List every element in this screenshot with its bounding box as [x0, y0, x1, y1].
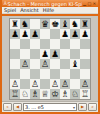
square-d5[interactable]: ♟	[40, 49, 50, 59]
black-pawn: ♟	[31, 29, 39, 39]
black-rook: ♜	[11, 19, 19, 29]
square-f4[interactable]	[60, 59, 70, 69]
square-h5[interactable]	[80, 49, 90, 59]
white-pawn: ♙	[41, 59, 49, 69]
square-f1[interactable]: ♗	[60, 89, 70, 99]
white-knight: ♘	[71, 89, 79, 99]
square-c2[interactable]: ♙	[30, 79, 40, 89]
black-bishop: ♝	[71, 59, 79, 69]
square-f7[interactable]: ♟	[60, 29, 70, 39]
square-a5[interactable]	[10, 49, 20, 59]
black-pawn: ♟	[61, 29, 69, 39]
square-g7[interactable]: ♟	[70, 29, 80, 39]
square-g8[interactable]: ♞	[70, 19, 80, 29]
square-b8[interactable]: ♞	[20, 19, 30, 29]
white-pawn: ♙	[31, 79, 39, 89]
chess-app-window: ♙ Schach - Mensch gegen KI-Spieler ▁ □ ✕…	[0, 0, 100, 114]
close-button[interactable]: ✕	[92, 1, 97, 6]
menu-bar: SpielAnsichtHilfe	[2, 7, 98, 14]
square-e6[interactable]	[50, 39, 60, 49]
black-pawn: ♟	[81, 29, 89, 39]
square-g5[interactable]	[70, 49, 80, 59]
square-b3[interactable]	[20, 69, 30, 79]
square-e7[interactable]	[50, 29, 60, 39]
black-king: ♚	[51, 19, 59, 29]
square-a1[interactable]: ♖	[10, 89, 20, 99]
square-c8[interactable]	[30, 19, 40, 29]
square-e4[interactable]	[50, 59, 60, 69]
square-f6[interactable]	[60, 39, 70, 49]
square-c3[interactable]	[30, 69, 40, 79]
square-g6[interactable]	[70, 39, 80, 49]
square-g3[interactable]	[70, 69, 80, 79]
square-b2[interactable]	[20, 79, 30, 89]
square-b5[interactable]	[20, 49, 30, 59]
black-bishop: ♝	[61, 19, 69, 29]
move-selector[interactable]: 3. ... e5 ▾	[23, 103, 77, 111]
square-f8[interactable]: ♝	[60, 19, 70, 29]
square-c5[interactable]	[30, 49, 40, 59]
square-b6[interactable]	[20, 39, 30, 49]
black-pawn: ♟	[71, 29, 79, 39]
white-king: ♔	[51, 89, 59, 99]
square-a8[interactable]: ♜	[10, 19, 20, 29]
square-h8[interactable]: ♜	[80, 19, 90, 29]
content-area: ♜♞♛♚♝♞♜♟♟♟♟♟♟♟♟♙♙♝♙♙♙♙♙♖♘♗♕♔♗♘♖	[2, 16, 98, 101]
square-d3[interactable]	[40, 69, 50, 79]
square-e3[interactable]	[50, 69, 60, 79]
white-knight: ♘	[21, 89, 29, 99]
black-pawn: ♟	[21, 29, 29, 39]
previous-move-button[interactable]: ◀	[13, 103, 22, 111]
square-c1[interactable]: ♗	[30, 89, 40, 99]
square-d4[interactable]: ♙	[40, 59, 50, 69]
black-pawn: ♟	[11, 29, 19, 39]
black-knight: ♞	[21, 19, 29, 29]
menu-item-hilfe[interactable]: Hilfe	[43, 7, 54, 13]
square-d7[interactable]	[40, 29, 50, 39]
chess-board: ♜♞♛♚♝♞♜♟♟♟♟♟♟♟♟♙♙♝♙♙♙♙♙♖♘♗♕♔♗♘♖	[9, 18, 91, 100]
titlebar[interactable]: ♙ Schach - Mensch gegen KI-Spieler ▁ □ ✕	[2, 0, 98, 7]
last-move-button[interactable]: »	[88, 103, 97, 111]
first-move-button[interactable]: «	[3, 103, 12, 111]
square-h6[interactable]	[80, 39, 90, 49]
menu-item-ansicht[interactable]: Ansicht	[20, 7, 38, 13]
white-rook: ♖	[11, 89, 19, 99]
square-a6[interactable]	[10, 39, 20, 49]
square-c6[interactable]	[30, 39, 40, 49]
white-bishop: ♗	[31, 89, 39, 99]
square-g4[interactable]: ♝	[70, 59, 80, 69]
current-move-label: 3. ... e5	[25, 104, 73, 110]
square-e8[interactable]: ♚	[50, 19, 60, 29]
square-g2[interactable]	[70, 79, 80, 89]
move-navigation-toolbar: « ◀ 3. ... e5 ▾ ▶ »	[2, 101, 98, 112]
square-d6[interactable]	[40, 39, 50, 49]
white-rook: ♖	[81, 89, 89, 99]
square-d1[interactable]: ♕	[40, 89, 50, 99]
square-h2[interactable]: ♙	[80, 79, 90, 89]
white-pawn: ♙	[21, 59, 29, 69]
square-a7[interactable]: ♟	[10, 29, 20, 39]
white-bishop: ♗	[61, 89, 69, 99]
square-e1[interactable]: ♔	[50, 89, 60, 99]
chevron-down-icon: ▾	[73, 105, 75, 110]
square-b4[interactable]: ♙	[20, 59, 30, 69]
white-pawn: ♙	[11, 79, 19, 89]
square-e5[interactable]: ♟	[50, 49, 60, 59]
square-a3[interactable]	[10, 69, 20, 79]
white-pawn: ♙	[61, 79, 69, 89]
white-pawn: ♙	[51, 79, 59, 89]
square-f3[interactable]	[60, 69, 70, 79]
white-queen: ♕	[41, 89, 49, 99]
white-pawn: ♙	[81, 79, 89, 89]
square-e2[interactable]: ♙	[50, 79, 60, 89]
square-d2[interactable]	[40, 79, 50, 89]
square-c7[interactable]: ♟	[30, 29, 40, 39]
black-pawn: ♟	[41, 49, 49, 59]
window-title: Schach - Mensch gegen KI-Spieler	[7, 1, 82, 7]
square-h1[interactable]: ♖	[80, 89, 90, 99]
square-h3[interactable]	[80, 69, 90, 79]
black-pawn: ♟	[51, 49, 59, 59]
square-d8[interactable]: ♛	[40, 19, 50, 29]
square-b1[interactable]: ♘	[20, 89, 30, 99]
square-f5[interactable]	[60, 49, 70, 59]
black-knight: ♞	[71, 19, 79, 29]
square-b7[interactable]: ♟	[20, 29, 30, 39]
square-h4[interactable]	[80, 59, 90, 69]
square-a4[interactable]	[10, 59, 20, 69]
square-h7[interactable]: ♟	[80, 29, 90, 39]
square-c4[interactable]	[30, 59, 40, 69]
black-queen: ♛	[41, 19, 49, 29]
black-rook: ♜	[81, 19, 89, 29]
square-g1[interactable]: ♘	[70, 89, 80, 99]
square-f2[interactable]: ♙	[60, 79, 70, 89]
next-move-button[interactable]: ▶	[78, 103, 87, 111]
square-a2[interactable]: ♙	[10, 79, 20, 89]
menu-item-spiel[interactable]: Spiel	[4, 7, 16, 13]
